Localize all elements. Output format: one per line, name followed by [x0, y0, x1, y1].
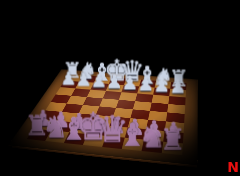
piece-black-rook[interactable]: ♜	[159, 126, 185, 154]
piece-white-pawn[interactable]: ♟	[106, 74, 122, 91]
square-c2[interactable]: ♟	[137, 86, 154, 94]
scene: ♜♞♝♚♛♝♞♜♟♟♟♟♟♟♟♟♟♟♟♟♟♟♟♟♜♞♝♚♛♝♞♜ N	[0, 0, 240, 176]
chess-board: ♜♞♝♚♛♝♞♜♟♟♟♟♟♟♟♟♟♟♟♟♟♟♟♟♜♞♝♚♛♝♞♜	[8, 69, 198, 166]
square-b4[interactable]	[150, 103, 168, 113]
square-b3[interactable]	[152, 95, 170, 104]
piece-white-pawn[interactable]: ♟	[137, 76, 154, 94]
piece-white-pawn[interactable]: ♟	[75, 72, 91, 89]
square-b2[interactable]: ♟	[153, 88, 170, 97]
piece-white-pawn[interactable]: ♟	[121, 75, 138, 93]
piece-white-pawn[interactable]: ♟	[90, 73, 106, 90]
piece-white-pawn[interactable]: ♟	[169, 79, 186, 97]
piece-white-pawn[interactable]: ♟	[153, 77, 170, 95]
square-a8[interactable]: ♜	[162, 142, 183, 156]
watermark-logo: N	[227, 159, 239, 175]
square-a2[interactable]: ♟	[169, 89, 186, 98]
piece-white-pawn[interactable]: ♟	[60, 70, 76, 87]
board-squares: ♜♞♝♚♛♝♞♜♟♟♟♟♟♟♟♟♟♟♟♟♟♟♟♟♜♞♝♚♛♝♞♜	[27, 74, 187, 155]
